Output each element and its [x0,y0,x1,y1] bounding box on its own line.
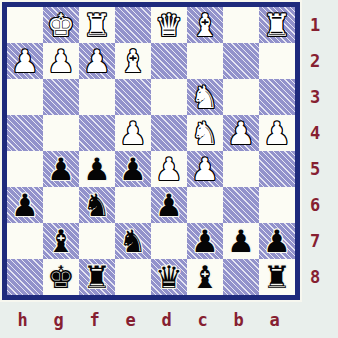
rank-label-2: 2 [302,43,338,79]
square-f1[interactable]: ♜ [79,7,115,43]
square-h3[interactable] [7,79,43,115]
square-e1[interactable] [115,7,151,43]
file-label-h: h [7,306,43,334]
square-d3[interactable] [151,79,187,115]
white-rook[interactable]: ♜ [79,7,115,43]
black-bishop[interactable]: ♝ [187,259,223,295]
square-h4[interactable] [7,115,43,151]
square-g2[interactable]: ♟ [43,43,79,79]
file-label-b: b [223,306,259,334]
file-label-d: d [151,306,187,334]
square-a6[interactable] [259,187,295,223]
rank-label-1: 1 [302,7,338,43]
rank-label-8: 8 [302,259,338,295]
black-queen[interactable]: ♛ [151,259,187,295]
black-pawn[interactable]: ♟ [187,223,223,259]
black-pawn[interactable]: ♟ [151,187,187,223]
white-pawn[interactable]: ♟ [79,43,115,79]
square-b7[interactable]: ♟ [223,223,259,259]
file-label-a: a [259,306,295,334]
rank-label-7: 7 [302,223,338,259]
white-knight[interactable]: ♞ [187,79,223,115]
square-h8[interactable] [7,259,43,295]
white-queen[interactable]: ♛ [151,7,187,43]
square-d7[interactable] [151,223,187,259]
white-pawn[interactable]: ♟ [7,43,43,79]
file-label-e: e [115,306,151,334]
white-knight[interactable]: ♞ [187,115,223,151]
file-label-g: g [43,306,79,334]
square-a8[interactable]: ♜ [259,259,295,295]
square-f7[interactable] [79,223,115,259]
square-d1[interactable]: ♛ [151,7,187,43]
square-c6[interactable] [187,187,223,223]
file-label-f: f [79,306,115,334]
square-g3[interactable] [43,79,79,115]
square-e3[interactable] [115,79,151,115]
board-border: ♚♜♛♝♜♟♟♟♝♞♟♞♟♟♟♟♟♟♟♟♞♟♝♞♟♟♟♚♜♛♝♜ [2,2,300,300]
white-pawn[interactable]: ♟ [151,151,187,187]
square-e5[interactable]: ♟ [115,151,151,187]
black-pawn[interactable]: ♟ [115,151,151,187]
square-e8[interactable] [115,259,151,295]
square-e6[interactable] [115,187,151,223]
square-f6[interactable]: ♞ [79,187,115,223]
square-g5[interactable]: ♟ [43,151,79,187]
black-pawn[interactable]: ♟ [223,223,259,259]
white-bishop[interactable]: ♝ [187,7,223,43]
black-knight[interactable]: ♞ [115,223,151,259]
square-h5[interactable] [7,151,43,187]
square-d6[interactable]: ♟ [151,187,187,223]
square-f5[interactable]: ♟ [79,151,115,187]
white-bishop[interactable]: ♝ [115,43,151,79]
rank-label-4: 4 [302,115,338,151]
rank-label-6: 6 [302,187,338,223]
square-h1[interactable] [7,7,43,43]
square-b4[interactable]: ♟ [223,115,259,151]
file-label-c: c [187,306,223,334]
square-g6[interactable] [43,187,79,223]
black-rook[interactable]: ♜ [259,259,295,295]
white-king[interactable]: ♚ [43,7,79,43]
square-c7[interactable]: ♟ [187,223,223,259]
square-f2[interactable]: ♟ [79,43,115,79]
board-grid: ♚♜♛♝♜♟♟♟♝♞♟♞♟♟♟♟♟♟♟♟♞♟♝♞♟♟♟♚♜♛♝♜ [7,7,295,295]
square-b6[interactable] [223,187,259,223]
square-d8[interactable]: ♛ [151,259,187,295]
square-c2[interactable] [187,43,223,79]
square-c3[interactable]: ♞ [187,79,223,115]
square-a5[interactable] [259,151,295,187]
square-e2[interactable]: ♝ [115,43,151,79]
rank-label-3: 3 [302,79,338,115]
square-d5[interactable]: ♟ [151,151,187,187]
file-labels: hgfedcba [7,306,295,334]
square-h7[interactable] [7,223,43,259]
black-pawn[interactable]: ♟ [43,151,79,187]
square-f3[interactable] [79,79,115,115]
white-pawn[interactable]: ♟ [223,115,259,151]
square-b2[interactable] [223,43,259,79]
square-g1[interactable]: ♚ [43,7,79,43]
square-g7[interactable]: ♝ [43,223,79,259]
square-f8[interactable]: ♜ [79,259,115,295]
square-a1[interactable]: ♜ [259,7,295,43]
square-b3[interactable] [223,79,259,115]
square-a3[interactable] [259,79,295,115]
square-c5[interactable]: ♟ [187,151,223,187]
square-d2[interactable] [151,43,187,79]
black-pawn[interactable]: ♟ [79,151,115,187]
chess-board: ♚♜♛♝♜♟♟♟♝♞♟♞♟♟♟♟♟♟♟♟♞♟♝♞♟♟♟♚♜♛♝♜ [0,0,302,302]
black-bishop[interactable]: ♝ [43,223,79,259]
square-c4[interactable]: ♞ [187,115,223,151]
white-pawn[interactable]: ♟ [43,43,79,79]
square-g4[interactable] [43,115,79,151]
black-pawn[interactable]: ♟ [7,187,43,223]
rank-labels: 12345678 [302,7,338,295]
white-pawn[interactable]: ♟ [115,115,151,151]
rank-label-5: 5 [302,151,338,187]
square-a2[interactable] [259,43,295,79]
square-e4[interactable]: ♟ [115,115,151,151]
square-f4[interactable] [79,115,115,151]
square-e7[interactable]: ♞ [115,223,151,259]
square-b1[interactable] [223,7,259,43]
square-c1[interactable]: ♝ [187,7,223,43]
white-rook[interactable]: ♜ [259,7,295,43]
square-g8[interactable]: ♚ [43,259,79,295]
black-king[interactable]: ♚ [43,259,79,295]
black-pawn[interactable]: ♟ [259,223,295,259]
white-pawn[interactable]: ♟ [187,151,223,187]
square-h2[interactable]: ♟ [7,43,43,79]
square-a7[interactable]: ♟ [259,223,295,259]
square-c8[interactable]: ♝ [187,259,223,295]
white-pawn[interactable]: ♟ [259,115,295,151]
square-b5[interactable] [223,151,259,187]
square-b8[interactable] [223,259,259,295]
black-knight[interactable]: ♞ [79,187,115,223]
square-d4[interactable] [151,115,187,151]
black-rook[interactable]: ♜ [79,259,115,295]
square-h6[interactable]: ♟ [7,187,43,223]
square-a4[interactable]: ♟ [259,115,295,151]
